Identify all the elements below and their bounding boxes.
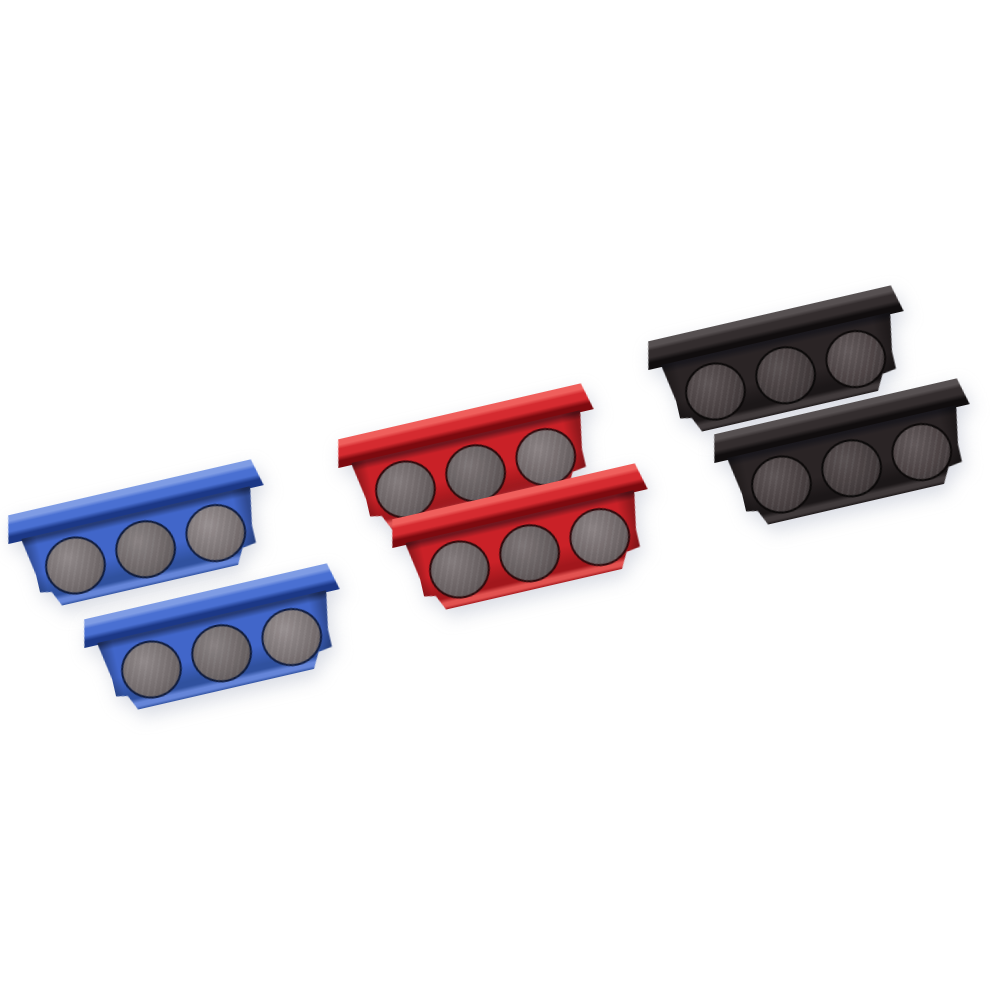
vise-jaw-pair-red (338, 384, 688, 644)
magnet-disc (185, 618, 257, 688)
magnet-disc (109, 514, 181, 584)
magnet-disc (745, 449, 817, 519)
magnet-disc (493, 518, 565, 588)
magnet-disc (256, 602, 328, 672)
magnet-disc (564, 502, 636, 572)
magnet-disc (115, 634, 187, 704)
magnet-disc (180, 498, 252, 568)
magnet-disc (749, 340, 821, 410)
magnet-disc (679, 356, 751, 426)
magnet-disc (886, 417, 958, 487)
vise-jaw-pair-black (648, 286, 998, 546)
magnet-disc (39, 530, 111, 600)
product-photo-stage (0, 0, 1000, 1000)
vise-jaw-pair-blue (8, 460, 358, 720)
magnet-disc (815, 433, 887, 503)
magnet-disc (820, 324, 892, 394)
magnet-disc (423, 534, 495, 604)
